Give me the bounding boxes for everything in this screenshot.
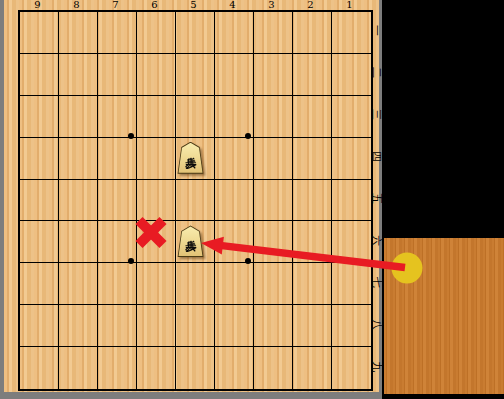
cell-6e[interactable]: [137, 180, 176, 222]
cell-8e[interactable]: [59, 180, 98, 222]
cell-2h[interactable]: [293, 305, 332, 347]
hoshi-dot: [128, 258, 134, 264]
cell-2f[interactable]: [293, 221, 332, 263]
cell-7h[interactable]: [98, 305, 137, 347]
cell-2i[interactable]: [293, 347, 332, 389]
cell-5g[interactable]: [176, 263, 215, 305]
cell-7i[interactable]: [98, 347, 137, 389]
hoshi-dot: [128, 133, 134, 139]
cell-1h[interactable]: [332, 305, 371, 347]
cell-9f[interactable]: [20, 221, 59, 263]
cell-7c[interactable]: [98, 96, 137, 138]
file-label-2: 2: [291, 0, 330, 10]
file-label-5: 5: [174, 0, 213, 10]
cell-4h[interactable]: [215, 305, 254, 347]
cell-6g[interactable]: [137, 263, 176, 305]
cell-2e[interactable]: [293, 180, 332, 222]
cell-3b[interactable]: [254, 54, 293, 96]
file-label-7: 7: [96, 0, 135, 10]
file-label-6: 6: [135, 0, 174, 10]
file-label-3: 3: [252, 0, 291, 10]
file-label-1: 1: [330, 0, 369, 10]
cell-6f[interactable]: [137, 221, 176, 263]
cell-9g[interactable]: [20, 263, 59, 305]
cell-1g[interactable]: [332, 263, 371, 305]
cell-8b[interactable]: [59, 54, 98, 96]
file-label-8: 8: [57, 0, 96, 10]
cell-3g[interactable]: [254, 263, 293, 305]
cell-2c[interactable]: [293, 96, 332, 138]
shogi-board: 987654321 一二三四五六七八九: [4, 0, 379, 392]
cell-5a[interactable]: [176, 12, 215, 54]
cell-8g[interactable]: [59, 263, 98, 305]
cell-1a[interactable]: [332, 12, 371, 54]
cell-6i[interactable]: [137, 347, 176, 389]
shogi-piece-pawn-5d[interactable]: 歩兵: [177, 142, 204, 174]
cell-3e[interactable]: [254, 180, 293, 222]
cell-6h[interactable]: [137, 305, 176, 347]
piece-kanji: 歩兵: [185, 231, 196, 256]
cell-9e[interactable]: [20, 180, 59, 222]
cell-5e[interactable]: [176, 180, 215, 222]
cell-9h[interactable]: [20, 305, 59, 347]
cell-5c[interactable]: [176, 96, 215, 138]
cell-3h[interactable]: [254, 305, 293, 347]
cell-8d[interactable]: [59, 138, 98, 180]
cell-1f[interactable]: [332, 221, 371, 263]
cell-1d[interactable]: [332, 138, 371, 180]
shogi-piece-pawn-5f[interactable]: 歩兵: [177, 225, 204, 257]
cell-6a[interactable]: [137, 12, 176, 54]
cell-4d[interactable]: [215, 138, 254, 180]
cell-8a[interactable]: [59, 12, 98, 54]
cell-3d[interactable]: [254, 138, 293, 180]
cell-9d[interactable]: [20, 138, 59, 180]
cell-7e[interactable]: [98, 180, 137, 222]
cell-4b[interactable]: [215, 54, 254, 96]
cell-4g[interactable]: [215, 263, 254, 305]
cell-3f[interactable]: [254, 221, 293, 263]
cell-1b[interactable]: [332, 54, 371, 96]
cell-6b[interactable]: [137, 54, 176, 96]
cell-7b[interactable]: [98, 54, 137, 96]
hoshi-dot: [245, 258, 251, 264]
file-label-4: 4: [213, 0, 252, 10]
piece-kanji: 歩兵: [185, 148, 196, 173]
cell-2d[interactable]: [293, 138, 332, 180]
cell-5b[interactable]: [176, 54, 215, 96]
cell-8h[interactable]: [59, 305, 98, 347]
cell-8i[interactable]: [59, 347, 98, 389]
cell-8f[interactable]: [59, 221, 98, 263]
cell-4i[interactable]: [215, 347, 254, 389]
cell-3i[interactable]: [254, 347, 293, 389]
cell-2b[interactable]: [293, 54, 332, 96]
cell-9b[interactable]: [20, 54, 59, 96]
cell-2g[interactable]: [293, 263, 332, 305]
board-frame: 987654321 一二三四五六七八九: [0, 0, 382, 399]
cell-9a[interactable]: [20, 12, 59, 54]
cell-1c[interactable]: [332, 96, 371, 138]
cell-9i[interactable]: [20, 347, 59, 389]
cell-7d[interactable]: [98, 138, 137, 180]
shogi-app-window: 987654321 一二三四五六七八九 歩兵歩兵: [0, 0, 504, 399]
hoshi-dot: [245, 133, 251, 139]
cell-1i[interactable]: [332, 347, 371, 389]
cell-4e[interactable]: [215, 180, 254, 222]
file-labels: 987654321: [18, 0, 369, 10]
cell-4a[interactable]: [215, 12, 254, 54]
cell-3a[interactable]: [254, 12, 293, 54]
cell-4c[interactable]: [215, 96, 254, 138]
komadai-piece-stand[interactable]: [384, 238, 504, 394]
cell-7g[interactable]: [98, 263, 137, 305]
cell-7a[interactable]: [98, 12, 137, 54]
cell-2a[interactable]: [293, 12, 332, 54]
cell-8c[interactable]: [59, 96, 98, 138]
cell-5i[interactable]: [176, 347, 215, 389]
cell-1e[interactable]: [332, 180, 371, 222]
cell-6c[interactable]: [137, 96, 176, 138]
cell-3c[interactable]: [254, 96, 293, 138]
board-grid: [18, 10, 373, 391]
file-label-9: 9: [18, 0, 57, 10]
cell-9c[interactable]: [20, 96, 59, 138]
cell-6d[interactable]: [137, 138, 176, 180]
cell-5h[interactable]: [176, 305, 215, 347]
